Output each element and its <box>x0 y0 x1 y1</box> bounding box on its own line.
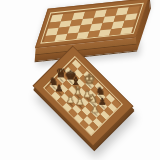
closed-chess-box <box>27 0 160 69</box>
chess-board-grid: ♚♞♟♝♟♟♟♚♛♝♞♟♞♟ <box>46 60 121 135</box>
board-inlay-border: ♚♞♟♝♟♟♟♚♛♝♞♟♞♟ <box>43 56 123 136</box>
closed-box-checkerboard <box>44 6 140 42</box>
product-photo-chess-set: ♚♞♟♝♟♟♟♚♛♝♞♟♞♟ <box>0 0 160 160</box>
white-pawn-glyph: ♟ <box>60 95 80 105</box>
white-pawn-glyph: ♟ <box>85 104 105 114</box>
closed-board-square <box>120 26 133 34</box>
dark-pawn-glyph: ♟ <box>49 84 69 94</box>
